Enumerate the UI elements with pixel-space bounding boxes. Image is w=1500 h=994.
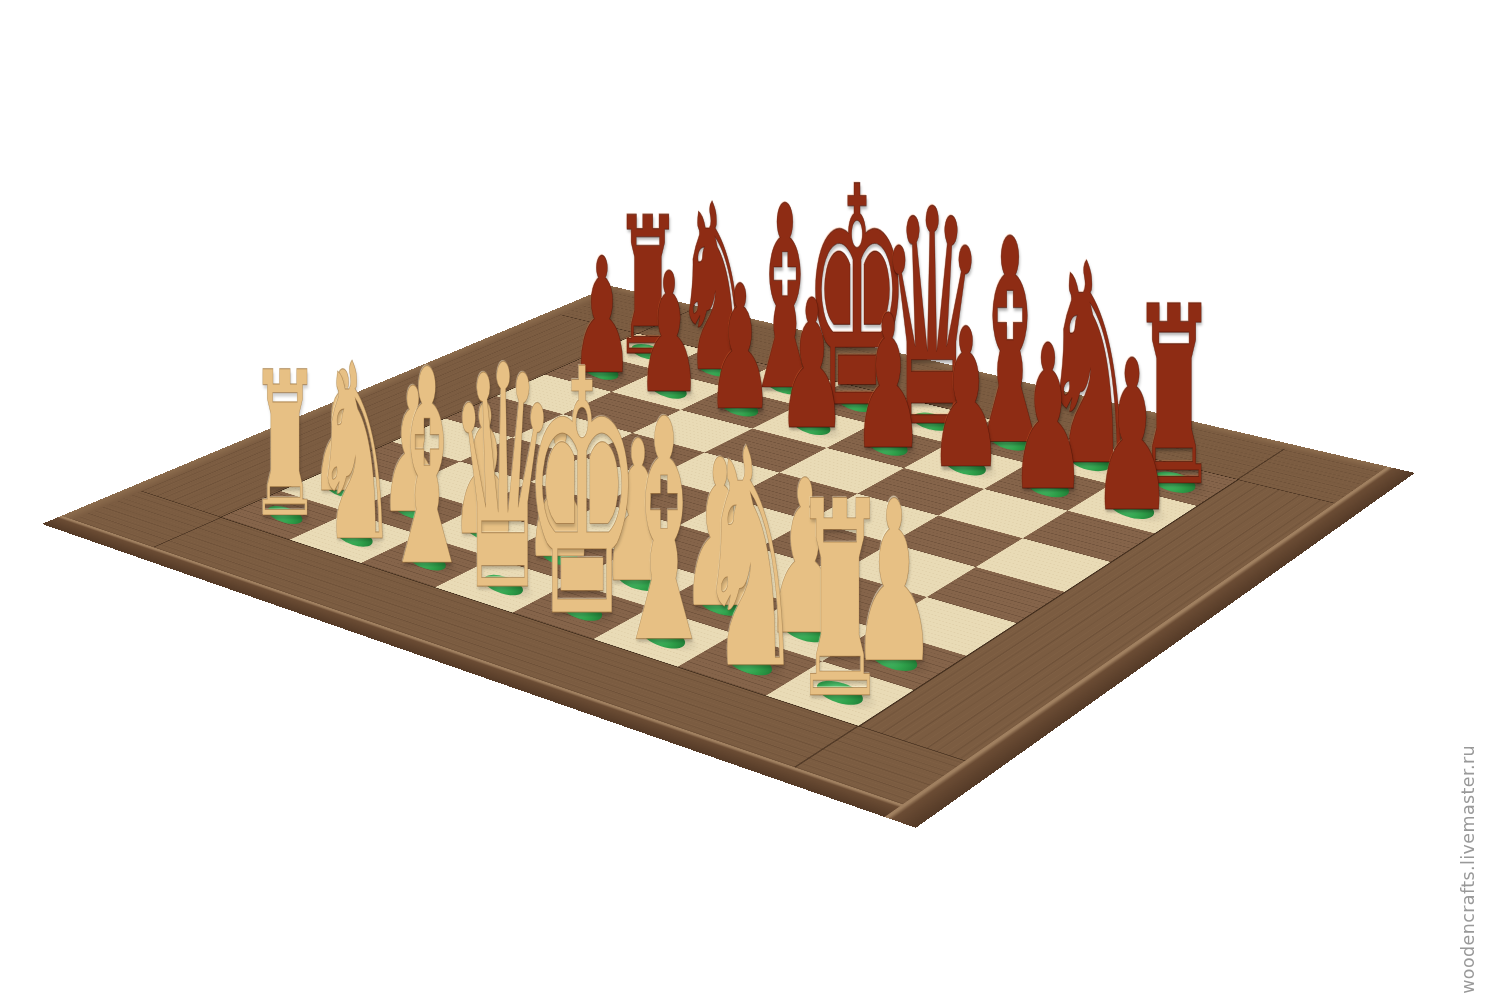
product-photo: ♜♞♟♝♟♚♟♛♟♝♟♞♟♜♟♟♟♟♜♟♞♟♝♟♛♟♚♟♝♟♞♜ woodenc…: [0, 0, 1500, 994]
chessboard: [42, 286, 1415, 828]
watermark: woodencrafts.livemaster.ru: [1458, 745, 1478, 994]
